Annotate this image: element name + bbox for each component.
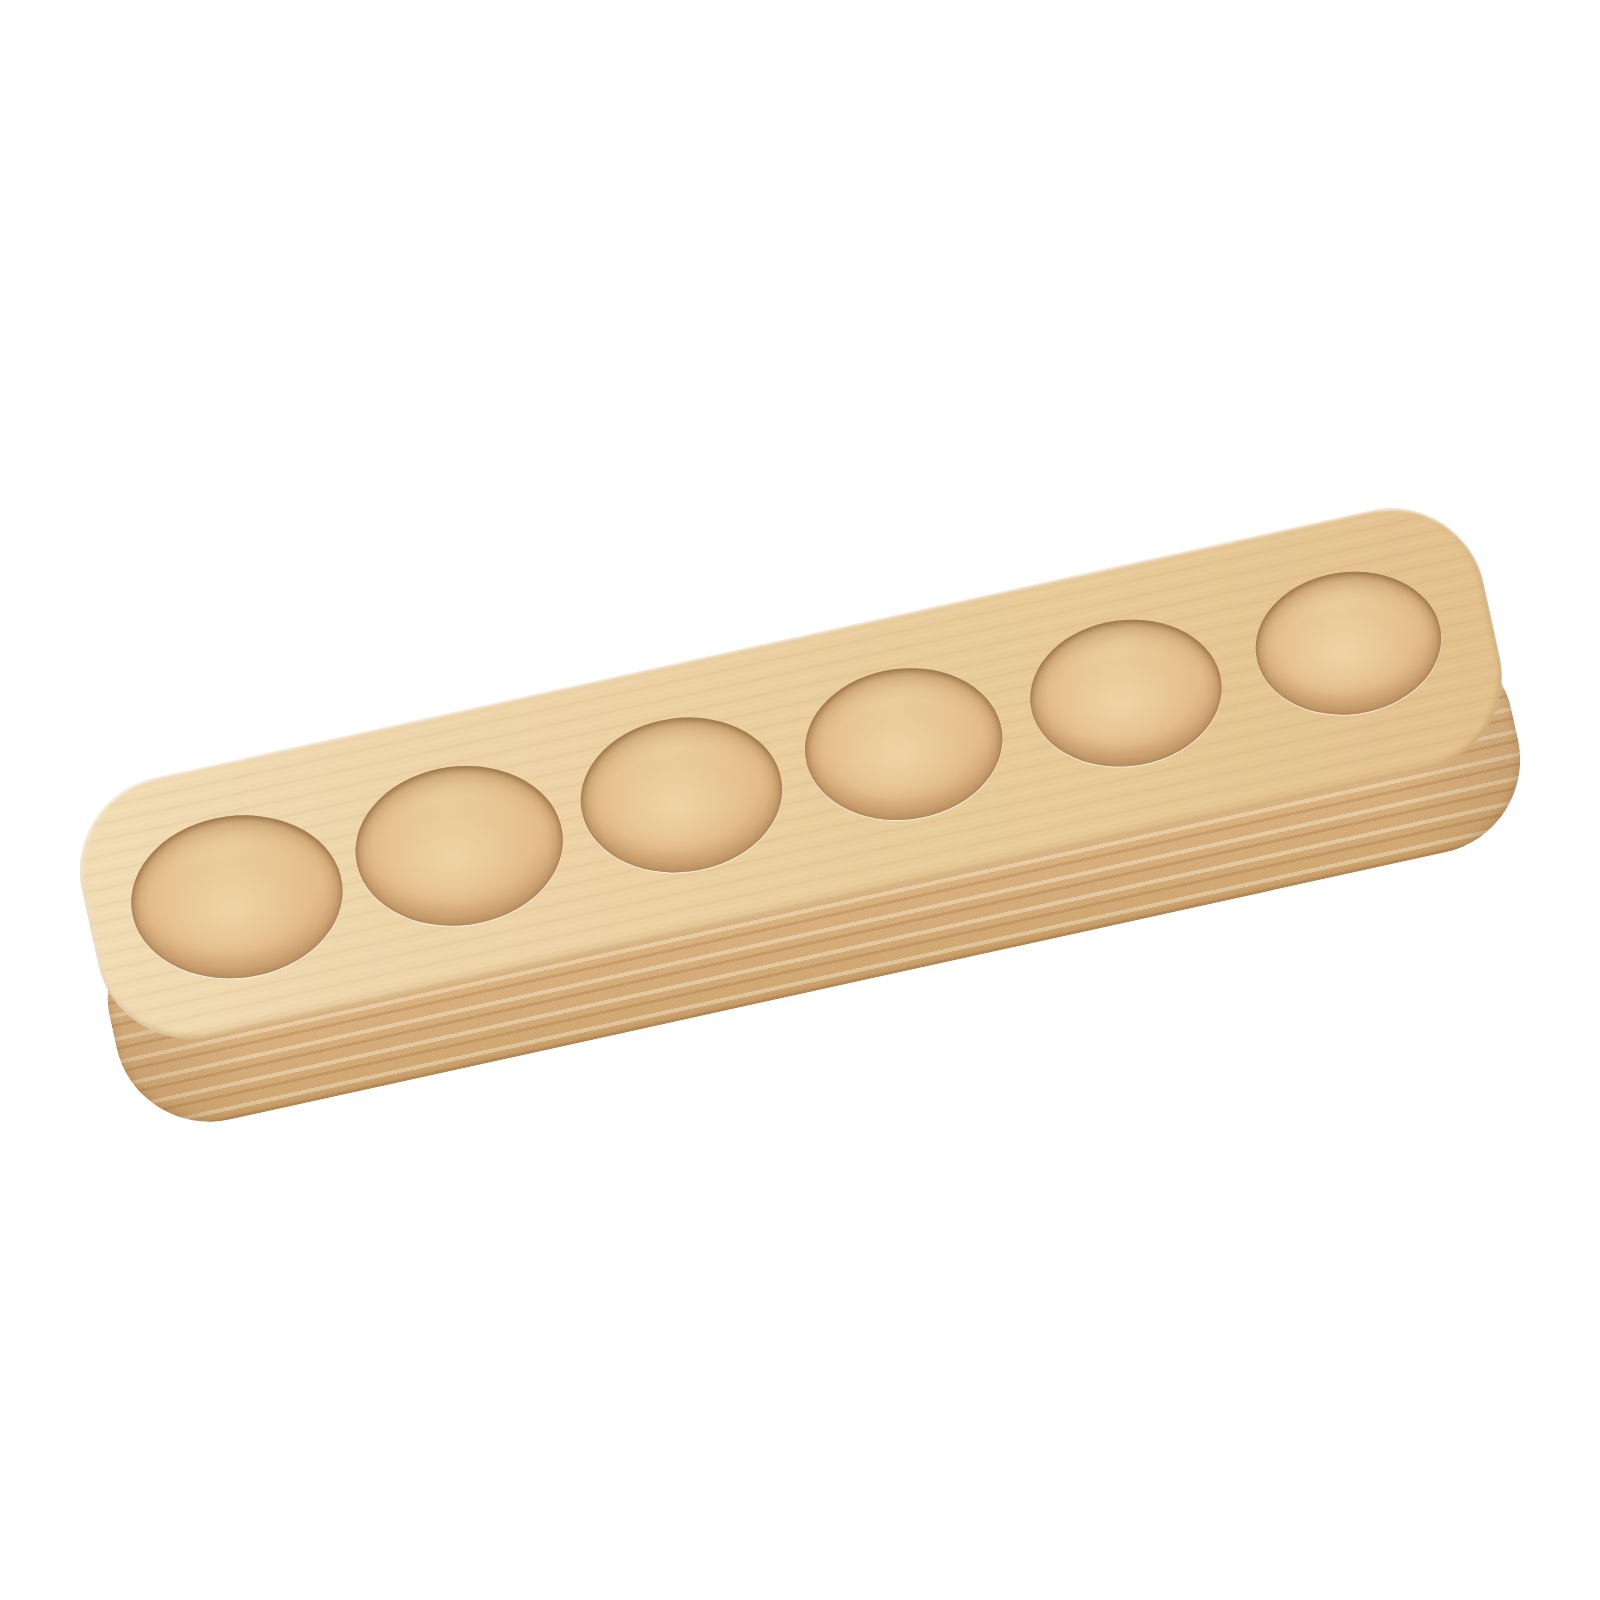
photo-background [0, 0, 1600, 1600]
pit-3-bowl-bottom [602, 743, 759, 859]
pit-5-bowl-bottom [1050, 644, 1199, 754]
pit-1-bowl-bottom [153, 842, 318, 964]
pit-3[interactable] [571, 706, 791, 885]
pit-4[interactable] [796, 656, 1012, 831]
mancala-board [62, 490, 1539, 1140]
pit-1[interactable] [121, 803, 352, 991]
pit-4-bowl-bottom [826, 693, 980, 807]
pit-6-bowl-bottom [1275, 595, 1419, 702]
pit-2-bowl-bottom [377, 792, 539, 912]
pit-5[interactable] [1021, 608, 1230, 778]
pit-6[interactable] [1247, 561, 1450, 726]
pit-2[interactable] [346, 754, 573, 938]
